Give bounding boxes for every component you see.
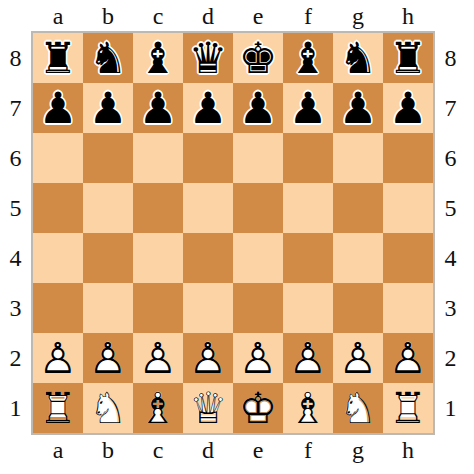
square-b2[interactable]: ♟♙ <box>83 333 133 383</box>
rank-label-8: 8 <box>435 33 466 83</box>
square-h2[interactable]: ♟♙ <box>383 333 433 383</box>
file-label-h: h <box>383 434 433 466</box>
square-c5[interactable] <box>133 183 183 233</box>
piece-black-knight: ♞ <box>89 37 128 80</box>
rank-label-6: 6 <box>0 133 31 183</box>
square-a4[interactable] <box>33 233 83 283</box>
square-c2[interactable]: ♟♙ <box>133 333 183 383</box>
rank-label-5: 5 <box>0 183 31 233</box>
piece-white-rook: ♜♖ <box>39 387 78 430</box>
file-label-d: d <box>183 434 233 466</box>
square-e4[interactable] <box>233 233 283 283</box>
piece-white-pawn: ♟♙ <box>239 337 278 380</box>
square-b6[interactable] <box>83 133 133 183</box>
rank-label-3: 3 <box>0 283 31 333</box>
rank-label-2: 2 <box>0 333 31 383</box>
square-c6[interactable] <box>133 133 183 183</box>
file-label-c: c <box>133 434 183 466</box>
file-label-e: e <box>233 0 283 31</box>
rank-label-3: 3 <box>435 283 466 333</box>
rank-label-7: 7 <box>435 83 466 133</box>
square-f1[interactable]: ♝♗ <box>283 383 333 433</box>
square-c3[interactable] <box>133 283 183 333</box>
rank-label-5: 5 <box>435 183 466 233</box>
square-b1[interactable]: ♞♘ <box>83 383 133 433</box>
piece-white-bishop: ♝♗ <box>139 387 178 430</box>
rank-label-8: 8 <box>0 33 31 83</box>
square-g1[interactable]: ♞♘ <box>333 383 383 433</box>
square-g4[interactable] <box>333 233 383 283</box>
file-label-g: g <box>333 434 383 466</box>
file-labels-top: abcdefgh <box>33 0 433 31</box>
file-label-b: b <box>83 434 133 466</box>
piece-white-queen: ♛♕ <box>189 387 228 430</box>
piece-white-pawn: ♟♙ <box>389 337 428 380</box>
rank-label-2: 2 <box>435 333 466 383</box>
square-f5[interactable] <box>283 183 333 233</box>
piece-black-pawn: ♟ <box>139 87 178 130</box>
piece-black-pawn: ♟ <box>39 87 78 130</box>
square-b3[interactable] <box>83 283 133 333</box>
file-label-a: a <box>33 0 83 31</box>
piece-white-pawn: ♟♙ <box>139 337 178 380</box>
rank-label-6: 6 <box>435 133 466 183</box>
square-b7[interactable]: ♟ <box>83 83 133 133</box>
file-label-d: d <box>183 0 233 31</box>
chess-board: ♜♞♝♛♚♝♞♜♟♟♟♟♟♟♟♟♟♙♟♙♟♙♟♙♟♙♟♙♟♙♟♙♜♖♞♘♝♗♛♕… <box>31 31 435 435</box>
square-d8[interactable]: ♛ <box>183 33 233 83</box>
square-a3[interactable] <box>33 283 83 333</box>
piece-white-king: ♚♔ <box>239 387 278 430</box>
rank-label-7: 7 <box>0 83 31 133</box>
piece-black-knight: ♞ <box>339 37 378 80</box>
square-a5[interactable] <box>33 183 83 233</box>
square-g6[interactable] <box>333 133 383 183</box>
square-a8[interactable]: ♜ <box>33 33 83 83</box>
square-h8[interactable]: ♜ <box>383 33 433 83</box>
piece-black-pawn: ♟ <box>239 87 278 130</box>
square-d4[interactable] <box>183 233 233 283</box>
file-label-a: a <box>33 434 83 466</box>
file-label-b: b <box>83 0 133 31</box>
square-g8[interactable]: ♞ <box>333 33 383 83</box>
piece-white-pawn: ♟♙ <box>89 337 128 380</box>
square-b4[interactable] <box>83 233 133 283</box>
square-b8[interactable]: ♞ <box>83 33 133 83</box>
square-h7[interactable]: ♟ <box>383 83 433 133</box>
piece-white-pawn: ♟♙ <box>39 337 78 380</box>
square-h1[interactable]: ♜♖ <box>383 383 433 433</box>
square-c8[interactable]: ♝ <box>133 33 183 83</box>
rank-labels-left: 87654321 <box>0 33 31 433</box>
piece-white-pawn: ♟♙ <box>339 337 378 380</box>
square-e1[interactable]: ♚♔ <box>233 383 283 433</box>
square-d3[interactable] <box>183 283 233 333</box>
square-g7[interactable]: ♟ <box>333 83 383 133</box>
piece-black-bishop: ♝ <box>139 37 178 80</box>
piece-white-pawn: ♟♙ <box>189 337 228 380</box>
piece-white-rook: ♜♖ <box>389 387 428 430</box>
square-f7[interactable]: ♟ <box>283 83 333 133</box>
piece-white-bishop: ♝♗ <box>289 387 328 430</box>
square-f2[interactable]: ♟♙ <box>283 333 333 383</box>
square-f8[interactable]: ♝ <box>283 33 333 83</box>
file-label-h: h <box>383 0 433 31</box>
file-labels-bottom: abcdefgh <box>33 434 433 466</box>
file-label-c: c <box>133 0 183 31</box>
square-c1[interactable]: ♝♗ <box>133 383 183 433</box>
piece-black-pawn: ♟ <box>339 87 378 130</box>
square-f3[interactable] <box>283 283 333 333</box>
square-e6[interactable] <box>233 133 283 183</box>
piece-black-pawn: ♟ <box>389 87 428 130</box>
square-h3[interactable] <box>383 283 433 333</box>
piece-black-rook: ♜ <box>39 37 78 80</box>
piece-black-rook: ♜ <box>389 37 428 80</box>
square-d1[interactable]: ♛♕ <box>183 383 233 433</box>
piece-white-knight: ♞♘ <box>339 387 378 430</box>
square-e2[interactable]: ♟♙ <box>233 333 283 383</box>
square-h4[interactable] <box>383 233 433 283</box>
square-d5[interactable] <box>183 183 233 233</box>
square-d6[interactable] <box>183 133 233 183</box>
square-g3[interactable] <box>333 283 383 333</box>
square-a2[interactable]: ♟♙ <box>33 333 83 383</box>
rank-label-4: 4 <box>0 233 31 283</box>
square-h6[interactable] <box>383 133 433 183</box>
piece-black-pawn: ♟ <box>189 87 228 130</box>
square-f6[interactable] <box>283 133 333 183</box>
square-e3[interactable] <box>233 283 283 333</box>
rank-label-1: 1 <box>435 383 466 433</box>
file-label-f: f <box>283 0 333 31</box>
square-d7[interactable]: ♟ <box>183 83 233 133</box>
rank-labels-right: 87654321 <box>435 33 466 433</box>
chess-diagram: abcdefgh abcdefgh 87654321 87654321 ♜♞♝♛… <box>0 0 474 474</box>
rank-label-1: 1 <box>0 383 31 433</box>
square-f4[interactable] <box>283 233 333 283</box>
square-b5[interactable] <box>83 183 133 233</box>
square-e5[interactable] <box>233 183 283 233</box>
square-d2[interactable]: ♟♙ <box>183 333 233 383</box>
piece-black-king: ♚ <box>239 37 278 80</box>
piece-white-knight: ♞♘ <box>89 387 128 430</box>
file-label-f: f <box>283 434 333 466</box>
square-g2[interactable]: ♟♙ <box>333 333 383 383</box>
piece-white-pawn: ♟♙ <box>289 337 328 380</box>
square-c7[interactable]: ♟ <box>133 83 183 133</box>
square-a7[interactable]: ♟ <box>33 83 83 133</box>
square-a6[interactable] <box>33 133 83 183</box>
square-c4[interactable] <box>133 233 183 283</box>
rank-label-4: 4 <box>435 233 466 283</box>
piece-black-pawn: ♟ <box>89 87 128 130</box>
piece-black-queen: ♛ <box>189 37 228 80</box>
square-h5[interactable] <box>383 183 433 233</box>
file-label-g: g <box>333 0 383 31</box>
piece-black-pawn: ♟ <box>289 87 328 130</box>
square-g5[interactable] <box>333 183 383 233</box>
piece-black-bishop: ♝ <box>289 37 328 80</box>
file-label-e: e <box>233 434 283 466</box>
square-e8[interactable]: ♚ <box>233 33 283 83</box>
square-a1[interactable]: ♜♖ <box>33 383 83 433</box>
square-e7[interactable]: ♟ <box>233 83 283 133</box>
